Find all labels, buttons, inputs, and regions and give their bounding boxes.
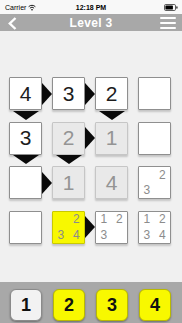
nav-bar: Level 3 [0,14,182,31]
cell-r3c3[interactable]: 4 [95,166,128,199]
greater-arrow-right-r3c1 [42,172,52,194]
cell-r4c1[interactable] [9,211,42,244]
note-3: 3 [96,229,112,241]
greater-arrow-down-r2c1 [13,155,39,164]
key-3[interactable]: 3 [96,289,128,321]
greater-arrow-right-r4c2 [85,216,95,238]
note-4: 4 [155,229,171,241]
cell-r1c1[interactable]: 4 [9,77,42,110]
page-title: Level 3 [0,16,182,30]
note-1: 1 [139,213,155,225]
menu-button[interactable] [160,17,176,29]
note-4: 4 [69,229,85,241]
menu-icon [160,17,176,19]
cell-r1c2[interactable]: 3 [52,77,85,110]
clock: 12:18 PM [0,4,182,11]
battery-group [164,0,178,14]
cell-r2c3[interactable]: 1 [95,122,128,155]
cell-r4c2[interactable]: 234 [52,211,85,244]
key-2[interactable]: 2 [53,289,85,321]
greater-arrow-down-r2c2 [56,155,82,164]
battery-icon [164,4,178,11]
note-2: 2 [112,213,128,225]
key-1[interactable]: 1 [10,289,42,321]
note-2: 2 [69,213,85,225]
cell-r1c3[interactable]: 2 [95,77,128,110]
cell-r2c2[interactable]: 2 [52,122,85,155]
note-2: 2 [155,169,171,181]
status-bar: Carrier 12:18 PM [0,0,182,14]
cell-r2c4[interactable] [138,122,171,155]
greater-arrow-right-r1c2 [85,83,95,105]
cell-r4c3[interactable]: 123 [95,211,128,244]
cell-r1c4[interactable] [138,77,171,110]
greater-arrow-right-r2c2 [85,127,95,149]
cell-r3c4[interactable]: 23 [138,166,171,199]
puzzle-grid: 43232114232341231234 [9,77,172,244]
note-3: 3 [53,229,69,241]
note-1: 1 [96,213,112,225]
greater-arrow-down-r1c1 [13,111,39,120]
note-2: 2 [155,213,171,225]
cell-r3c1[interactable] [9,166,42,199]
greater-arrow-right-r1c1 [42,83,52,105]
note-3: 3 [139,184,155,196]
app-screen: Carrier 12:18 PM Level 3 4 [0,0,182,323]
key-4[interactable]: 4 [139,289,171,321]
cell-r3c2[interactable]: 1 [52,166,85,199]
cell-r4c4[interactable]: 1234 [138,211,171,244]
note-3: 3 [139,229,155,241]
cell-r2c1[interactable]: 3 [9,122,42,155]
greater-arrow-down-r1c3 [99,111,125,120]
keypad-bar: 1234 [0,282,182,323]
